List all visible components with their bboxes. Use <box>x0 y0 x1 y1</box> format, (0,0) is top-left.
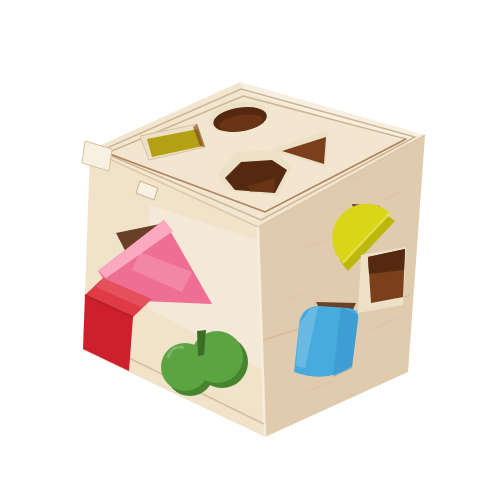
product-photo <box>0 0 500 500</box>
shape-sorter-cube-illustration <box>0 0 500 500</box>
blue-half-circle-block <box>294 302 358 377</box>
square-hole-right-face <box>358 247 406 313</box>
